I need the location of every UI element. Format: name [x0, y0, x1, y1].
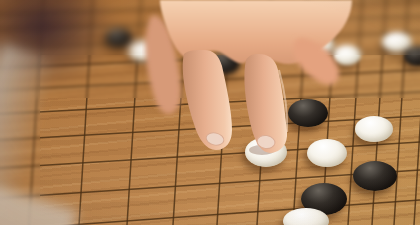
hand: [0, 0, 420, 225]
go-board-photo: [0, 0, 420, 225]
curled-finger: [294, 38, 339, 84]
